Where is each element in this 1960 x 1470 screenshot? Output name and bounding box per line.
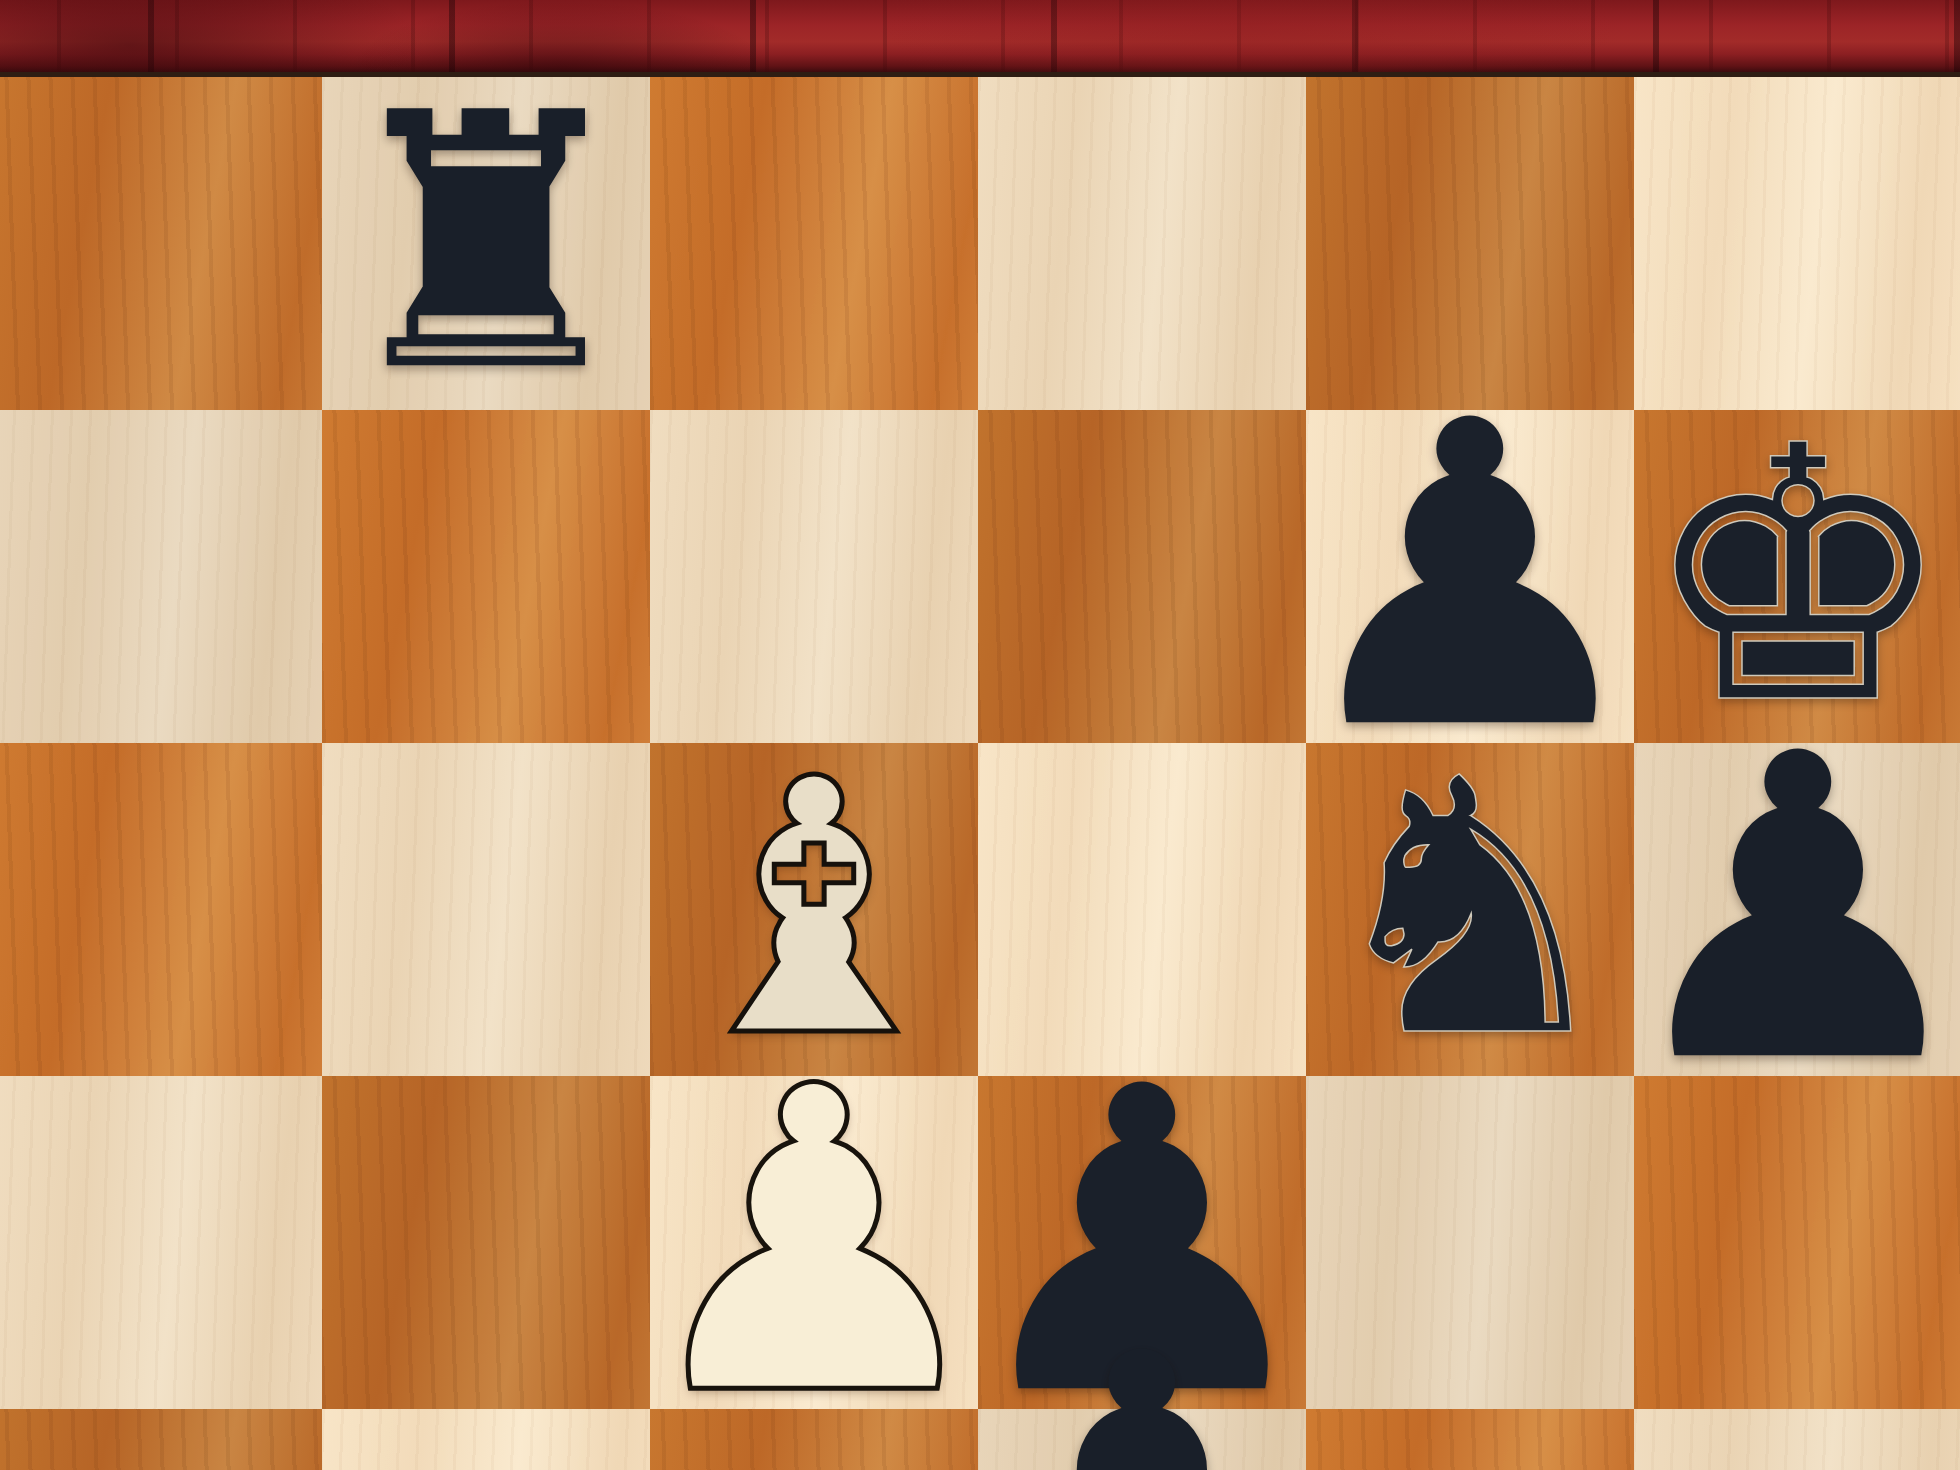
square-d7[interactable] [650,410,978,743]
square-g6[interactable]: ♟ [1634,743,1960,1076]
black-pawn[interactable]: ♟ [1306,410,1634,743]
square-f7[interactable]: ♟ [1306,410,1634,743]
square-c4[interactable] [322,1409,650,1470]
square-d8[interactable] [650,77,978,410]
square-f5[interactable] [1306,1076,1634,1409]
square-g8[interactable] [1634,77,1960,410]
square-d5[interactable]: ♟ [650,1076,978,1409]
white-pawn[interactable]: ♟ [650,1076,978,1409]
square-b6[interactable] [0,743,322,1076]
black-knight[interactable]: ♞ [1306,743,1634,1076]
square-d4[interactable] [650,1409,978,1470]
black-rook[interactable]: ♜ [322,77,650,410]
square-e4[interactable]: ♟ [978,1409,1306,1470]
square-c6[interactable] [322,743,650,1076]
square-f4[interactable] [1306,1409,1634,1470]
square-e7[interactable] [978,410,1306,743]
square-e8[interactable] [978,77,1306,410]
square-f6[interactable]: ♞ [1306,743,1634,1076]
black-pawn[interactable]: ♟ [1634,743,1960,1076]
square-c5[interactable] [322,1076,650,1409]
square-b5[interactable] [0,1076,322,1409]
black-pawn[interactable]: ♟ [978,1343,1306,1470]
square-b4[interactable] [0,1409,322,1470]
square-c8[interactable]: ♜ [322,77,650,410]
square-g4[interactable] [1634,1409,1960,1470]
square-c7[interactable] [322,410,650,743]
chess-app-window: ♜♟♚♝♞♟♟♟♟ [0,0,1960,1470]
board-frame-top [0,0,1960,77]
square-g5[interactable] [1634,1076,1960,1409]
chess-board: ♜♟♚♝♞♟♟♟♟ [0,77,1960,1470]
square-b7[interactable] [0,410,322,743]
square-b8[interactable] [0,77,322,410]
